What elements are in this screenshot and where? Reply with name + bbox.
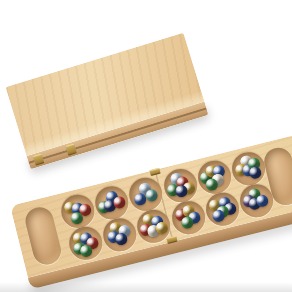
hinge-icon — [65, 144, 77, 156]
pit-top-5[interactable] — [194, 157, 234, 197]
pit-top-1[interactable] — [57, 191, 97, 231]
pit-bottom-1[interactable] — [65, 223, 105, 263]
pit-bottom-5[interactable] — [202, 189, 242, 229]
hinge-icon — [149, 168, 160, 176]
pit-bottom-4[interactable] — [168, 197, 208, 237]
pit-top-6[interactable] — [228, 148, 268, 188]
scene — [0, 0, 292, 292]
pit-bottom-2[interactable] — [99, 214, 139, 254]
floor-shadow — [0, 282, 292, 292]
pit-top-4[interactable] — [160, 165, 200, 205]
marble-teal — [144, 188, 159, 203]
store-left — [23, 204, 64, 267]
folded-board-closed — [5, 33, 208, 170]
hinge-icon — [33, 153, 45, 165]
marble-navy — [248, 165, 263, 180]
pit-top-2[interactable] — [91, 182, 131, 222]
